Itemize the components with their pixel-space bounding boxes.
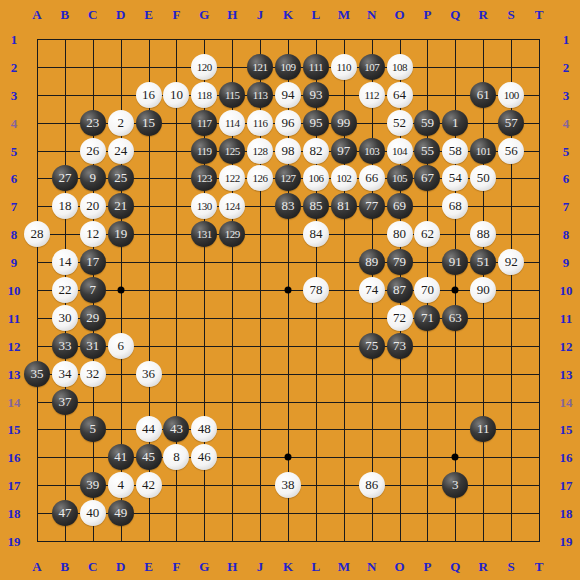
stone-white-62[interactable]: 62	[414, 221, 440, 247]
column-label: G	[199, 8, 209, 21]
stone-black-113[interactable]: 113	[247, 82, 273, 108]
stone-white-128[interactable]: 128	[247, 138, 273, 164]
column-label: F	[172, 560, 180, 573]
stone-white-110[interactable]: 110	[331, 54, 357, 80]
stone-white-96[interactable]: 96	[275, 110, 301, 136]
stone-black-33[interactable]: 33	[52, 333, 78, 359]
column-label: K	[283, 8, 293, 21]
stone-white-38[interactable]: 38	[275, 472, 301, 498]
row-label: 6	[563, 172, 570, 185]
row-label: 3	[11, 88, 18, 101]
stone-white-36[interactable]: 36	[136, 361, 162, 387]
column-label: F	[172, 8, 180, 21]
stone-black-17[interactable]: 17	[80, 249, 106, 275]
stone-black-131[interactable]: 131	[191, 221, 217, 247]
row-label: 10	[560, 284, 573, 297]
stone-black-5[interactable]: 5	[80, 416, 106, 442]
star-point	[452, 454, 459, 461]
stone-white-108[interactable]: 108	[387, 54, 413, 80]
row-label: 3	[563, 88, 570, 101]
stone-black-57[interactable]: 57	[498, 110, 524, 136]
grid-vline	[539, 39, 540, 542]
grid-vline	[37, 39, 38, 542]
stone-white-66[interactable]: 66	[359, 165, 385, 191]
column-label: D	[116, 560, 125, 573]
row-label: 12	[560, 339, 573, 352]
stone-white-112[interactable]: 112	[359, 82, 385, 108]
row-label: 4	[563, 116, 570, 129]
stone-white-74[interactable]: 74	[359, 277, 385, 303]
stone-white-6[interactable]: 6	[108, 333, 134, 359]
row-label: 17	[560, 479, 573, 492]
stone-white-56[interactable]: 56	[498, 138, 524, 164]
stone-black-129[interactable]: 129	[219, 221, 245, 247]
stone-white-122[interactable]: 122	[219, 165, 245, 191]
row-label: 14	[8, 395, 21, 408]
row-label: 16	[8, 451, 21, 464]
stone-black-45[interactable]: 45	[136, 444, 162, 470]
grid-hline	[37, 541, 540, 542]
stone-white-32[interactable]: 32	[80, 361, 106, 387]
stone-white-116[interactable]: 116	[247, 110, 273, 136]
column-label: O	[395, 8, 405, 21]
stone-black-67[interactable]: 67	[414, 165, 440, 191]
stone-white-16[interactable]: 16	[136, 82, 162, 108]
stone-white-126[interactable]: 126	[247, 165, 273, 191]
column-label: S	[508, 8, 515, 21]
stone-black-1[interactable]: 1	[442, 110, 468, 136]
stone-black-59[interactable]: 59	[414, 110, 440, 136]
star-point	[117, 287, 124, 294]
row-label: 6	[11, 172, 18, 185]
column-label: C	[88, 8, 97, 21]
stone-black-11[interactable]: 11	[470, 416, 496, 442]
stone-white-54[interactable]: 54	[442, 165, 468, 191]
stone-white-68[interactable]: 68	[442, 193, 468, 219]
stone-white-104[interactable]: 104	[387, 138, 413, 164]
stone-black-77[interactable]: 77	[359, 193, 385, 219]
stone-white-4[interactable]: 4	[108, 472, 134, 498]
stone-white-58[interactable]: 58	[442, 138, 468, 164]
row-label: 11	[560, 311, 572, 324]
row-label: 5	[563, 144, 570, 157]
column-label: M	[338, 8, 350, 21]
stone-black-81[interactable]: 81	[331, 193, 357, 219]
row-label: 12	[8, 339, 21, 352]
stone-black-105[interactable]: 105	[387, 165, 413, 191]
column-label: L	[312, 8, 321, 21]
column-label: T	[535, 8, 544, 21]
column-label: B	[61, 560, 70, 573]
column-label: T	[535, 560, 544, 573]
stone-white-44[interactable]: 44	[136, 416, 162, 442]
stone-white-20[interactable]: 20	[80, 193, 106, 219]
row-label: 10	[8, 284, 21, 297]
stone-black-3[interactable]: 3	[442, 472, 468, 498]
stone-black-55[interactable]: 55	[414, 138, 440, 164]
stone-white-102[interactable]: 102	[331, 165, 357, 191]
grid-hline	[37, 374, 540, 375]
stone-white-94[interactable]: 94	[275, 82, 301, 108]
stone-white-24[interactable]: 24	[108, 138, 134, 164]
row-label: 4	[11, 116, 18, 129]
column-label: R	[479, 8, 488, 21]
stone-black-89[interactable]: 89	[359, 249, 385, 275]
column-label: E	[144, 560, 153, 573]
column-label: S	[508, 560, 515, 573]
stone-white-26[interactable]: 26	[80, 138, 106, 164]
column-label: H	[227, 560, 237, 573]
stone-white-124[interactable]: 124	[219, 193, 245, 219]
stone-white-48[interactable]: 48	[191, 416, 217, 442]
stone-white-78[interactable]: 78	[303, 277, 329, 303]
row-label: 18	[8, 507, 21, 520]
stone-black-35[interactable]: 35	[24, 361, 50, 387]
stone-white-70[interactable]: 70	[414, 277, 440, 303]
stone-black-49[interactable]: 49	[108, 500, 134, 526]
stone-white-118[interactable]: 118	[191, 82, 217, 108]
stone-black-25[interactable]: 25	[108, 165, 134, 191]
stone-white-86[interactable]: 86	[359, 472, 385, 498]
grid-hline	[37, 39, 540, 40]
stone-white-130[interactable]: 130	[191, 193, 217, 219]
stone-white-28[interactable]: 28	[24, 221, 50, 247]
stone-white-84[interactable]: 84	[303, 221, 329, 247]
star-point	[285, 287, 292, 294]
stone-black-117[interactable]: 117	[191, 110, 217, 136]
stone-black-15[interactable]: 15	[136, 110, 162, 136]
column-label: A	[32, 560, 41, 573]
row-label: 15	[8, 423, 21, 436]
column-label: N	[367, 8, 376, 21]
column-label: H	[227, 8, 237, 21]
stone-black-95[interactable]: 95	[303, 110, 329, 136]
row-label: 7	[11, 200, 18, 213]
stone-black-91[interactable]: 91	[442, 249, 468, 275]
stone-black-93[interactable]: 93	[303, 82, 329, 108]
column-label: J	[257, 8, 264, 21]
column-label: B	[61, 8, 70, 21]
stone-black-27[interactable]: 27	[52, 165, 78, 191]
row-label: 18	[560, 507, 573, 520]
row-label: 2	[563, 60, 570, 73]
stone-black-99[interactable]: 99	[331, 110, 357, 136]
stone-black-21[interactable]: 21	[108, 193, 134, 219]
stone-black-69[interactable]: 69	[387, 193, 413, 219]
row-label: 5	[11, 144, 18, 157]
stone-black-115[interactable]: 115	[219, 82, 245, 108]
row-label: 9	[563, 256, 570, 269]
stone-black-111[interactable]: 111	[303, 54, 329, 80]
stone-white-92[interactable]: 92	[498, 249, 524, 275]
grid-hline	[37, 429, 540, 430]
column-label: R	[479, 560, 488, 573]
row-label: 13	[560, 367, 573, 380]
row-label: 8	[11, 228, 18, 241]
stone-white-22[interactable]: 22	[52, 277, 78, 303]
stone-black-119[interactable]: 119	[191, 138, 217, 164]
column-label: K	[283, 560, 293, 573]
stone-white-46[interactable]: 46	[191, 444, 217, 470]
column-label: C	[88, 560, 97, 573]
row-label: 1	[563, 33, 570, 46]
row-label: 8	[563, 228, 570, 241]
stone-white-52[interactable]: 52	[387, 110, 413, 136]
grid-hline	[37, 402, 540, 403]
stone-white-42[interactable]: 42	[136, 472, 162, 498]
stone-white-10[interactable]: 10	[163, 82, 189, 108]
row-label: 16	[560, 451, 573, 464]
row-label: 9	[11, 256, 18, 269]
stone-black-41[interactable]: 41	[108, 444, 134, 470]
stone-black-9[interactable]: 9	[80, 165, 106, 191]
stone-black-47[interactable]: 47	[52, 500, 78, 526]
column-label: Q	[450, 8, 460, 21]
column-label: M	[338, 560, 350, 573]
stone-black-37[interactable]: 37	[52, 389, 78, 415]
stone-black-43[interactable]: 43	[163, 416, 189, 442]
column-label: A	[32, 8, 41, 21]
stone-black-79[interactable]: 79	[387, 249, 413, 275]
stone-black-31[interactable]: 31	[80, 333, 106, 359]
column-label: G	[199, 560, 209, 573]
row-label: 17	[8, 479, 21, 492]
stone-white-14[interactable]: 14	[52, 249, 78, 275]
stone-white-106[interactable]: 106	[303, 165, 329, 191]
row-label: 13	[8, 367, 21, 380]
stone-white-30[interactable]: 30	[52, 305, 78, 331]
stone-black-97[interactable]: 97	[331, 138, 357, 164]
column-label: Q	[450, 560, 460, 573]
stone-black-85[interactable]: 85	[303, 193, 329, 219]
stone-white-64[interactable]: 64	[387, 82, 413, 108]
stone-black-83[interactable]: 83	[275, 193, 301, 219]
column-label: D	[116, 8, 125, 21]
stone-black-23[interactable]: 23	[80, 110, 106, 136]
stone-white-120[interactable]: 120	[191, 54, 217, 80]
row-label: 19	[560, 535, 573, 548]
go-board[interactable]: AABBCCDDEEFFGGHHJJKKLLMMNNOOPPQQRRSSTT11…	[0, 0, 580, 580]
stone-white-8[interactable]: 8	[163, 444, 189, 470]
stone-black-101[interactable]: 101	[470, 138, 496, 164]
row-label: 19	[8, 535, 21, 548]
stone-white-72[interactable]: 72	[387, 305, 413, 331]
stone-black-63[interactable]: 63	[442, 305, 468, 331]
stone-white-80[interactable]: 80	[387, 221, 413, 247]
stone-black-51[interactable]: 51	[470, 249, 496, 275]
stone-white-90[interactable]: 90	[470, 277, 496, 303]
stone-white-88[interactable]: 88	[470, 221, 496, 247]
row-label: 15	[560, 423, 573, 436]
stone-black-29[interactable]: 29	[80, 305, 106, 331]
stone-white-12[interactable]: 12	[80, 221, 106, 247]
row-label: 7	[563, 200, 570, 213]
stone-black-123[interactable]: 123	[191, 165, 217, 191]
stone-white-18[interactable]: 18	[52, 193, 78, 219]
stone-white-2[interactable]: 2	[108, 110, 134, 136]
stone-black-75[interactable]: 75	[359, 333, 385, 359]
row-label: 2	[11, 60, 18, 73]
stone-black-121[interactable]: 121	[247, 54, 273, 80]
column-label: E	[144, 8, 153, 21]
stone-white-114[interactable]: 114	[219, 110, 245, 136]
stone-black-19[interactable]: 19	[108, 221, 134, 247]
column-label: J	[257, 560, 264, 573]
stone-white-34[interactable]: 34	[52, 361, 78, 387]
stone-white-82[interactable]: 82	[303, 138, 329, 164]
row-label: 11	[8, 311, 20, 324]
stone-white-98[interactable]: 98	[275, 138, 301, 164]
star-point	[452, 287, 459, 294]
column-label: L	[312, 560, 321, 573]
stone-black-73[interactable]: 73	[387, 333, 413, 359]
column-label: P	[423, 8, 431, 21]
stone-white-40[interactable]: 40	[80, 500, 106, 526]
stone-black-103[interactable]: 103	[359, 138, 385, 164]
stone-black-7[interactable]: 7	[80, 277, 106, 303]
stone-black-71[interactable]: 71	[414, 305, 440, 331]
stone-black-109[interactable]: 109	[275, 54, 301, 80]
column-label: O	[395, 560, 405, 573]
stone-black-107[interactable]: 107	[359, 54, 385, 80]
stone-black-87[interactable]: 87	[387, 277, 413, 303]
stone-black-39[interactable]: 39	[80, 472, 106, 498]
stone-black-127[interactable]: 127	[275, 165, 301, 191]
row-label: 1	[11, 33, 18, 46]
stone-black-61[interactable]: 61	[470, 82, 496, 108]
column-label: P	[423, 560, 431, 573]
stone-white-50[interactable]: 50	[470, 165, 496, 191]
stone-black-125[interactable]: 125	[219, 138, 245, 164]
star-point	[285, 454, 292, 461]
stone-white-100[interactable]: 100	[498, 82, 524, 108]
column-label: N	[367, 560, 376, 573]
row-label: 14	[560, 395, 573, 408]
